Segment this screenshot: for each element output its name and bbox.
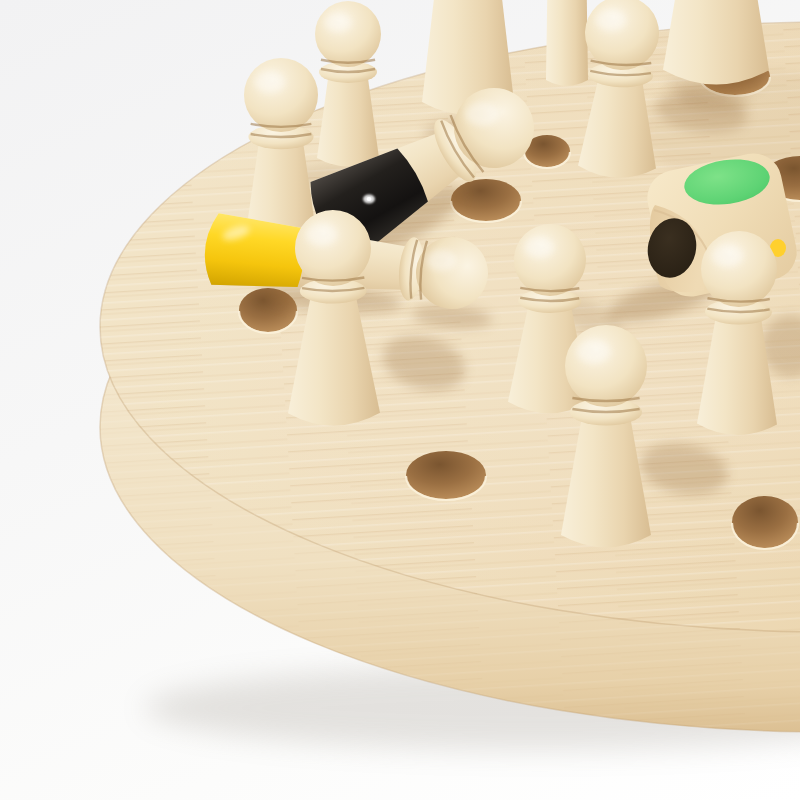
peg-head-highlight [576,339,610,364]
peg-head-highlight [254,71,285,93]
scene-svg [0,0,800,800]
peg-body [663,0,770,85]
peg-head [315,1,381,67]
peg-head-highlight [465,102,499,126]
cap-sparkle-core [367,197,372,201]
peg-head-highlight [324,13,352,33]
peg-head [295,210,371,286]
peg-D[interactable] [546,0,588,86]
peg-F[interactable] [663,0,770,85]
peg-head-highlight [524,237,554,259]
peg-body [546,0,588,86]
hole-5[interactable] [406,451,486,500]
photo-scene [0,0,800,800]
peg-head [514,224,587,297]
peg-head [244,58,318,132]
peg-head-highlight [306,223,338,246]
peg-head [565,325,647,407]
peg-head-highlight [426,250,456,272]
peg-head-highlight [595,9,626,31]
hole-6[interactable] [732,496,798,549]
hole-3[interactable] [451,179,521,222]
peg-head-highlight [712,244,744,267]
